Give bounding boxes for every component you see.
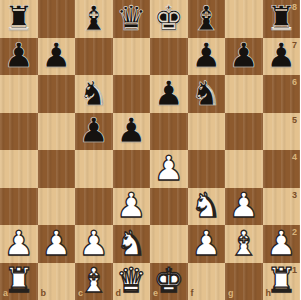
square-d1[interactable]: ♛d <box>113 263 151 300</box>
square-e5[interactable] <box>150 113 188 151</box>
square-a5[interactable] <box>0 113 38 151</box>
piece-black-bishop[interactable]: ♝ <box>191 1 221 35</box>
square-d4[interactable] <box>113 150 151 188</box>
square-b5[interactable] <box>38 113 76 151</box>
square-g8[interactable] <box>225 0 263 38</box>
piece-white-pawn[interactable]: ♟ <box>4 226 34 260</box>
file-label-g: g <box>228 288 234 298</box>
square-h5[interactable]: 5 <box>263 113 301 151</box>
square-g3[interactable]: ♟ <box>225 188 263 226</box>
piece-white-knight[interactable]: ♞ <box>191 188 221 222</box>
piece-black-pawn[interactable]: ♟ <box>154 76 184 110</box>
square-d6[interactable] <box>113 75 151 113</box>
square-c8[interactable]: ♝ <box>75 0 113 38</box>
square-c7[interactable] <box>75 38 113 76</box>
chess-board[interactable]: ♜♝♛♚♝♜8♟♟♟♟♟7♞♟♞6♟♟5♟4♟♞♟3♟♟♟♞♟♝♟2♜ab♝c♛… <box>0 0 300 300</box>
square-c2[interactable]: ♟ <box>75 225 113 263</box>
rank-label-3: 3 <box>292 190 297 200</box>
piece-black-knight[interactable]: ♞ <box>79 76 109 110</box>
square-g1[interactable]: g <box>225 263 263 300</box>
square-d2[interactable]: ♞ <box>113 225 151 263</box>
square-h8[interactable]: ♜8 <box>263 0 301 38</box>
square-b1[interactable]: b <box>38 263 76 300</box>
square-e1[interactable]: ♚e <box>150 263 188 300</box>
square-a7[interactable]: ♟ <box>0 38 38 76</box>
piece-white-rook[interactable]: ♜ <box>4 263 34 297</box>
square-b4[interactable] <box>38 150 76 188</box>
piece-white-king[interactable]: ♚ <box>154 263 184 297</box>
square-f6[interactable]: ♞ <box>188 75 226 113</box>
piece-white-rook[interactable]: ♜ <box>266 263 296 297</box>
square-e3[interactable] <box>150 188 188 226</box>
square-e6[interactable]: ♟ <box>150 75 188 113</box>
piece-black-pawn[interactable]: ♟ <box>191 38 221 72</box>
piece-black-rook[interactable]: ♜ <box>4 1 34 35</box>
piece-white-queen[interactable]: ♛ <box>116 263 146 297</box>
square-f7[interactable]: ♟ <box>188 38 226 76</box>
chess-board-container: ♜♝♛♚♝♜8♟♟♟♟♟7♞♟♞6♟♟5♟4♟♞♟3♟♟♟♞♟♝♟2♜ab♝c♛… <box>0 0 300 300</box>
square-h6[interactable]: 6 <box>263 75 301 113</box>
piece-black-rook[interactable]: ♜ <box>266 1 296 35</box>
square-e8[interactable]: ♚ <box>150 0 188 38</box>
piece-white-bishop[interactable]: ♝ <box>229 226 259 260</box>
square-c5[interactable]: ♟ <box>75 113 113 151</box>
square-g4[interactable] <box>225 150 263 188</box>
rank-label-6: 6 <box>292 77 297 87</box>
square-h2[interactable]: ♟2 <box>263 225 301 263</box>
piece-black-king[interactable]: ♚ <box>154 1 184 35</box>
square-h3[interactable]: 3 <box>263 188 301 226</box>
piece-black-pawn[interactable]: ♟ <box>229 38 259 72</box>
square-b8[interactable] <box>38 0 76 38</box>
square-a4[interactable] <box>0 150 38 188</box>
square-f1[interactable]: f <box>188 263 226 300</box>
square-h1[interactable]: ♜1h <box>263 263 301 300</box>
piece-black-pawn[interactable]: ♟ <box>41 38 71 72</box>
square-b7[interactable]: ♟ <box>38 38 76 76</box>
square-d3[interactable]: ♟ <box>113 188 151 226</box>
square-a1[interactable]: ♜a <box>0 263 38 300</box>
piece-white-knight[interactable]: ♞ <box>116 226 146 260</box>
square-g5[interactable] <box>225 113 263 151</box>
square-d8[interactable]: ♛ <box>113 0 151 38</box>
rank-label-5: 5 <box>292 115 297 125</box>
square-h4[interactable]: 4 <box>263 150 301 188</box>
square-a8[interactable]: ♜ <box>0 0 38 38</box>
piece-white-pawn[interactable]: ♟ <box>229 188 259 222</box>
square-d7[interactable] <box>113 38 151 76</box>
square-c6[interactable]: ♞ <box>75 75 113 113</box>
file-label-b: b <box>41 288 47 298</box>
piece-white-bishop[interactable]: ♝ <box>79 263 109 297</box>
square-b6[interactable] <box>38 75 76 113</box>
square-g7[interactable]: ♟ <box>225 38 263 76</box>
piece-white-pawn[interactable]: ♟ <box>116 188 146 222</box>
square-f3[interactable]: ♞ <box>188 188 226 226</box>
piece-black-pawn[interactable]: ♟ <box>79 113 109 147</box>
square-f4[interactable] <box>188 150 226 188</box>
square-a6[interactable] <box>0 75 38 113</box>
square-f2[interactable]: ♟ <box>188 225 226 263</box>
piece-black-pawn[interactable]: ♟ <box>116 113 146 147</box>
piece-white-pawn[interactable]: ♟ <box>41 226 71 260</box>
piece-black-pawn[interactable]: ♟ <box>4 38 34 72</box>
piece-white-pawn[interactable]: ♟ <box>191 226 221 260</box>
square-e2[interactable] <box>150 225 188 263</box>
square-f5[interactable] <box>188 113 226 151</box>
square-b2[interactable]: ♟ <box>38 225 76 263</box>
file-label-f: f <box>191 288 194 298</box>
square-c1[interactable]: ♝c <box>75 263 113 300</box>
piece-black-queen[interactable]: ♛ <box>116 1 146 35</box>
piece-white-pawn[interactable]: ♟ <box>266 226 296 260</box>
piece-white-pawn[interactable]: ♟ <box>154 151 184 185</box>
square-b3[interactable] <box>38 188 76 226</box>
square-e7[interactable] <box>150 38 188 76</box>
piece-black-bishop[interactable]: ♝ <box>79 1 109 35</box>
piece-black-pawn[interactable]: ♟ <box>266 38 296 72</box>
square-c3[interactable] <box>75 188 113 226</box>
square-d5[interactable]: ♟ <box>113 113 151 151</box>
square-a2[interactable]: ♟ <box>0 225 38 263</box>
square-e4[interactable]: ♟ <box>150 150 188 188</box>
rank-label-4: 4 <box>292 152 297 162</box>
square-a3[interactable] <box>0 188 38 226</box>
square-f8[interactable]: ♝ <box>188 0 226 38</box>
square-g2[interactable]: ♝ <box>225 225 263 263</box>
piece-black-knight[interactable]: ♞ <box>191 76 221 110</box>
square-h7[interactable]: ♟7 <box>263 38 301 76</box>
square-c4[interactable] <box>75 150 113 188</box>
piece-white-pawn[interactable]: ♟ <box>79 226 109 260</box>
square-g6[interactable] <box>225 75 263 113</box>
